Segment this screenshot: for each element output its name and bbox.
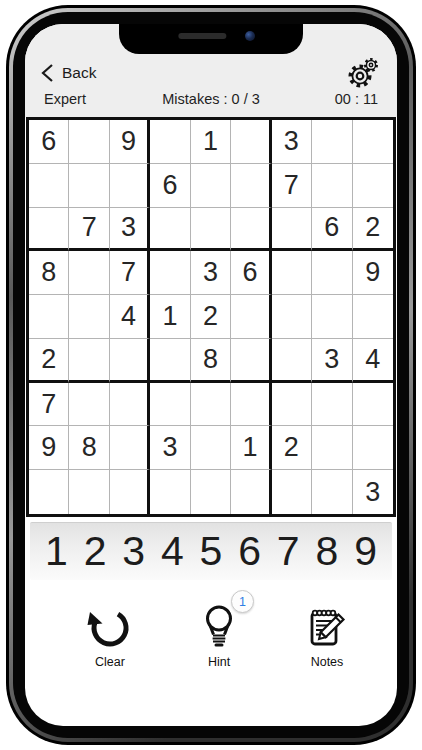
sudoku-cell-r2c1[interactable] <box>29 164 69 208</box>
sudoku-cell-r7c2[interactable] <box>69 383 109 427</box>
sudoku-cell-r9c3[interactable] <box>110 470 150 514</box>
sudoku-cell-r4c5[interactable]: 3 <box>191 251 231 295</box>
notes-icon <box>305 606 349 650</box>
sudoku-grid: 69136773628736941228347983123 <box>26 117 396 517</box>
phone-metal-ring: Back Expert Mista <box>9 8 413 742</box>
notes-label: Notes <box>311 655 344 669</box>
sudoku-cell-r6c9[interactable]: 4 <box>353 339 393 383</box>
sudoku-cell-r9c9[interactable]: 3 <box>353 470 393 514</box>
sudoku-cell-r2c9[interactable] <box>353 164 393 208</box>
sudoku-cell-r8c3[interactable] <box>110 426 150 470</box>
notes-button[interactable]: Notes <box>305 600 349 669</box>
bulb-icon <box>200 604 238 650</box>
keypad-digit-1[interactable]: 1 <box>45 531 68 572</box>
sudoku-cell-r3c4[interactable] <box>150 208 190 252</box>
sudoku-cell-r5c5[interactable]: 2 <box>191 295 231 339</box>
timer: 00 : 11 <box>260 91 378 107</box>
number-keypad: 123456789 <box>30 522 392 580</box>
action-buttons-row: Clear 1 Hint <box>87 600 349 669</box>
sudoku-cell-r8c4[interactable]: 3 <box>150 426 190 470</box>
back-label: Back <box>62 64 96 82</box>
sudoku-cell-r5c4[interactable]: 1 <box>150 295 190 339</box>
chevron-left-icon <box>40 63 55 83</box>
sudoku-cell-r7c5[interactable] <box>191 383 231 427</box>
app-screen: Back Expert Mista <box>25 24 397 726</box>
mistakes-counter: Mistakes : 0 / 3 <box>162 91 260 107</box>
phone-frame: Back Expert Mista <box>6 5 416 745</box>
sudoku-cell-r8c8[interactable] <box>312 426 352 470</box>
sudoku-cell-r6c6[interactable] <box>231 339 271 383</box>
sudoku-cell-r5c6[interactable] <box>231 295 271 339</box>
keypad-digit-2[interactable]: 2 <box>84 531 107 572</box>
sudoku-cell-r8c6[interactable]: 1 <box>231 426 271 470</box>
sudoku-cell-r5c7[interactable] <box>272 295 312 339</box>
camera-dot <box>245 31 255 41</box>
sudoku-cell-r5c1[interactable] <box>29 295 69 339</box>
sudoku-cell-r4c8[interactable] <box>312 251 352 295</box>
sudoku-cell-r3c6[interactable] <box>231 208 271 252</box>
keypad-digit-3[interactable]: 3 <box>122 531 145 572</box>
sudoku-cell-r5c8[interactable] <box>312 295 352 339</box>
sudoku-cell-r3c1[interactable] <box>29 208 69 252</box>
sudoku-cell-r2c4[interactable]: 6 <box>150 164 190 208</box>
sudoku-cell-r2c6[interactable] <box>231 164 271 208</box>
sudoku-cell-r4c6[interactable]: 6 <box>231 251 271 295</box>
sudoku-cell-r9c5[interactable] <box>191 470 231 514</box>
undo-icon <box>87 604 133 650</box>
sudoku-cell-r1c8[interactable] <box>312 120 352 164</box>
keypad-digit-7[interactable]: 7 <box>277 531 300 572</box>
sudoku-cell-r1c3[interactable]: 9 <box>110 120 150 164</box>
sudoku-cell-r7c3[interactable] <box>110 383 150 427</box>
keypad-digit-5[interactable]: 5 <box>200 531 223 572</box>
sudoku-cell-r8c9[interactable] <box>353 426 393 470</box>
sudoku-cell-r6c5[interactable]: 8 <box>191 339 231 383</box>
sudoku-cell-r9c6[interactable] <box>231 470 271 514</box>
sudoku-cell-r7c6[interactable] <box>231 383 271 427</box>
sudoku-cell-r3c8[interactable]: 6 <box>312 208 352 252</box>
sudoku-cell-r1c7[interactable]: 3 <box>272 120 312 164</box>
hint-label: Hint <box>208 655 230 669</box>
sudoku-cell-r4c9[interactable]: 9 <box>353 251 393 295</box>
keypad-digit-8[interactable]: 8 <box>315 531 338 572</box>
sudoku-cell-r7c9[interactable] <box>353 383 393 427</box>
sudoku-cell-r1c1[interactable]: 6 <box>29 120 69 164</box>
sudoku-cell-r6c2[interactable] <box>69 339 109 383</box>
sudoku-cell-r1c6[interactable] <box>231 120 271 164</box>
sudoku-cell-r3c5[interactable] <box>191 208 231 252</box>
sudoku-cell-r4c4[interactable] <box>150 251 190 295</box>
sudoku-cell-r7c8[interactable] <box>312 383 352 427</box>
sudoku-cell-r1c2[interactable] <box>69 120 109 164</box>
sudoku-cell-r2c3[interactable] <box>110 164 150 208</box>
sudoku-cell-r4c3[interactable]: 7 <box>110 251 150 295</box>
sudoku-cell-r8c1[interactable]: 9 <box>29 426 69 470</box>
keypad-digit-9[interactable]: 9 <box>354 531 377 572</box>
sudoku-cell-r8c7[interactable]: 2 <box>272 426 312 470</box>
sudoku-cell-r2c5[interactable] <box>191 164 231 208</box>
sudoku-cell-r9c7[interactable] <box>272 470 312 514</box>
clear-label: Clear <box>95 655 125 669</box>
sudoku-cell-r8c2[interactable]: 8 <box>69 426 109 470</box>
sudoku-cell-r4c2[interactable] <box>69 251 109 295</box>
sudoku-cell-r2c7[interactable]: 7 <box>272 164 312 208</box>
phone-notch <box>119 24 303 54</box>
sudoku-cell-r6c3[interactable] <box>110 339 150 383</box>
sudoku-cell-r4c7[interactable] <box>272 251 312 295</box>
sudoku-cell-r3c2[interactable]: 7 <box>69 208 109 252</box>
sudoku-cell-r9c1[interactable] <box>29 470 69 514</box>
sudoku-cell-r9c2[interactable] <box>69 470 109 514</box>
clear-button[interactable]: Clear <box>87 600 133 669</box>
sudoku-cell-r3c3[interactable]: 3 <box>110 208 150 252</box>
sudoku-cell-r6c8[interactable]: 3 <box>312 339 352 383</box>
phone-bezel: Back Expert Mista <box>13 12 409 738</box>
sudoku-cell-r8c5[interactable] <box>191 426 231 470</box>
sudoku-cell-r5c9[interactable] <box>353 295 393 339</box>
speaker-slot <box>178 33 226 39</box>
hint-count-badge: 1 <box>231 590 254 613</box>
gear-icon <box>346 55 382 91</box>
sudoku-cell-r7c7[interactable] <box>272 383 312 427</box>
sudoku-cell-r1c4[interactable] <box>150 120 190 164</box>
sudoku-cell-r5c3[interactable]: 4 <box>110 295 150 339</box>
sudoku-cell-r6c7[interactable] <box>272 339 312 383</box>
sudoku-cell-r4c1[interactable]: 8 <box>29 251 69 295</box>
sudoku-cell-r1c5[interactable]: 1 <box>191 120 231 164</box>
settings-button[interactable] <box>346 55 382 91</box>
sudoku-cell-r6c1[interactable]: 2 <box>29 339 69 383</box>
hint-button[interactable]: 1 Hint <box>200 600 238 669</box>
sudoku-cell-r7c1[interactable]: 7 <box>29 383 69 427</box>
sudoku-cell-r7c4[interactable] <box>150 383 190 427</box>
sudoku-cell-r1c9[interactable] <box>353 120 393 164</box>
back-button[interactable]: Back <box>40 63 96 83</box>
sudoku-cell-r6c4[interactable] <box>150 339 190 383</box>
sudoku-cell-r9c8[interactable] <box>312 470 352 514</box>
sudoku-cell-r3c9[interactable]: 2 <box>353 208 393 252</box>
status-bar: Expert Mistakes : 0 / 3 00 : 11 <box>25 91 397 107</box>
sudoku-cell-r2c8[interactable] <box>312 164 352 208</box>
sudoku-cell-r2c2[interactable] <box>69 164 109 208</box>
sudoku-cell-r5c2[interactable] <box>69 295 109 339</box>
keypad-digit-6[interactable]: 6 <box>238 531 261 572</box>
sudoku-cell-r3c7[interactable] <box>272 208 312 252</box>
keypad-digit-4[interactable]: 4 <box>161 531 184 572</box>
difficulty-label: Expert <box>44 91 162 107</box>
sudoku-cell-r9c4[interactable] <box>150 470 190 514</box>
